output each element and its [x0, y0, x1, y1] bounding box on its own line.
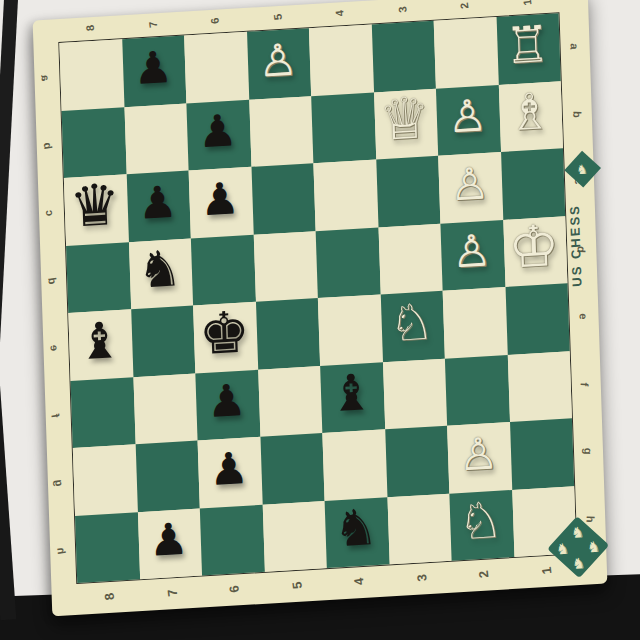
file-label-g: g — [53, 479, 66, 487]
uschess-knight-logo-icon: ♞ — [564, 151, 601, 188]
square-d5[interactable] — [253, 231, 318, 302]
square-g5[interactable] — [260, 433, 325, 504]
square-g6[interactable]: ♟ — [198, 437, 263, 508]
white-pawn-b2[interactable]: ♙ — [447, 93, 488, 139]
white-king-d1[interactable]: ♔ — [507, 217, 560, 277]
square-a6[interactable] — [184, 32, 249, 103]
file-label-a: a — [39, 74, 52, 82]
square-c2[interactable]: ♙ — [438, 152, 503, 223]
rank-label-4: 4 — [333, 9, 346, 17]
photo-edge-sliver-top-left — [0, 0, 18, 390]
black-pawn-b6[interactable]: ♟ — [197, 108, 238, 154]
black-king-e6[interactable]: ♚ — [198, 303, 251, 363]
square-h3[interactable] — [387, 493, 452, 564]
square-c7[interactable]: ♟ — [126, 171, 191, 242]
rank-label-4: 4 — [351, 577, 367, 586]
corner-logo-knight-4: ♞ — [567, 551, 590, 574]
square-h5[interactable] — [262, 501, 327, 572]
file-label-h: h — [55, 546, 68, 554]
square-g1[interactable] — [510, 418, 575, 489]
rank-label-2: 2 — [458, 2, 471, 10]
square-d2[interactable]: ♙ — [440, 220, 505, 291]
square-a5[interactable]: ♙ — [247, 28, 312, 99]
square-g7[interactable] — [135, 441, 200, 512]
square-b2[interactable]: ♙ — [436, 85, 501, 156]
square-b1[interactable]: ♗ — [498, 81, 563, 152]
square-d6[interactable] — [191, 234, 256, 305]
rank-label-5: 5 — [289, 581, 305, 590]
file-label-e: e — [48, 344, 61, 352]
uschess-branding: ♞ US CHESS — [567, 155, 602, 317]
white-knight-e3[interactable]: ♘ — [388, 296, 434, 349]
square-h7[interactable]: ♟ — [137, 508, 202, 579]
black-bishop-f4[interactable]: ♝ — [328, 367, 374, 420]
black-queen-c8[interactable]: ♛ — [69, 175, 122, 235]
file-label-b: b — [571, 110, 583, 117]
square-c1[interactable] — [501, 148, 566, 219]
file-label-f: f — [579, 382, 591, 386]
rank-label-8: 8 — [101, 592, 117, 601]
square-h6[interactable] — [200, 504, 265, 575]
square-b4[interactable] — [311, 92, 376, 163]
square-c5[interactable] — [251, 163, 316, 234]
rank-label-3: 3 — [413, 573, 429, 582]
rank-label-6: 6 — [208, 17, 221, 25]
square-f5[interactable] — [258, 366, 323, 437]
white-pawn-c2[interactable]: ♙ — [449, 161, 490, 207]
chess-board: 87654321 87654321 abcdefgh abcdefgh ♟♙♖♟… — [33, 0, 608, 616]
file-label-c: c — [44, 209, 57, 217]
rank-label-7: 7 — [164, 588, 180, 597]
black-knight-d7[interactable]: ♞ — [137, 243, 183, 296]
file-label-g: g — [582, 448, 594, 455]
square-a4[interactable] — [309, 24, 374, 95]
square-f2[interactable] — [445, 354, 510, 425]
square-f7[interactable] — [133, 373, 198, 444]
square-c8[interactable]: ♛ — [64, 174, 129, 245]
square-e1[interactable] — [505, 283, 570, 354]
black-bishop-e8[interactable]: ♝ — [76, 315, 122, 368]
rank-label-3: 3 — [396, 6, 409, 14]
square-f1[interactable] — [507, 351, 572, 422]
square-e2[interactable] — [443, 287, 508, 358]
square-h2[interactable]: ♘ — [449, 489, 514, 560]
square-e4[interactable] — [318, 294, 383, 365]
square-a1[interactable]: ♖ — [496, 13, 561, 84]
rank-label-1: 1 — [538, 566, 554, 575]
board-grid: ♟♙♖♟♕♙♗♛♟♟♙♞♙♔♝♚♘♟♝♟♙♟♞♘ — [59, 13, 576, 583]
square-c3[interactable] — [376, 156, 441, 227]
file-label-a: a — [568, 43, 580, 49]
square-g3[interactable] — [385, 426, 450, 497]
black-pawn-f6[interactable]: ♟ — [206, 378, 247, 424]
square-g4[interactable] — [322, 429, 387, 500]
white-rook-a1[interactable]: ♖ — [504, 19, 550, 72]
white-pawn-g2[interactable]: ♙ — [458, 431, 499, 477]
square-f6[interactable]: ♟ — [195, 369, 260, 440]
square-a2[interactable] — [434, 17, 499, 88]
square-d1[interactable]: ♔ — [503, 216, 568, 287]
rank-label-7: 7 — [146, 21, 159, 29]
white-queen-b3[interactable]: ♕ — [378, 89, 431, 149]
uschess-logo-text: US CHESS — [566, 189, 600, 301]
square-e3[interactable]: ♘ — [380, 291, 445, 362]
square-h4[interactable]: ♞ — [325, 497, 390, 568]
square-b5[interactable] — [249, 96, 314, 167]
square-d8[interactable] — [66, 242, 131, 313]
square-e7[interactable] — [131, 306, 196, 377]
square-e5[interactable] — [255, 298, 320, 369]
photo-edge-sliver-bottom-left — [0, 380, 16, 621]
white-knight-h2[interactable]: ♘ — [457, 495, 503, 548]
square-c6[interactable]: ♟ — [189, 167, 254, 238]
rank-label-8: 8 — [84, 24, 97, 32]
square-b3[interactable]: ♕ — [374, 88, 439, 159]
file-label-b: b — [42, 141, 55, 149]
square-g2[interactable]: ♙ — [447, 422, 512, 493]
white-pawn-a5[interactable]: ♙ — [258, 37, 299, 83]
square-a7[interactable]: ♟ — [122, 36, 187, 107]
square-d3[interactable] — [378, 223, 443, 294]
square-b7[interactable] — [124, 103, 189, 174]
square-f4[interactable]: ♝ — [320, 362, 385, 433]
square-a3[interactable] — [371, 21, 436, 92]
black-pawn-c6[interactable]: ♟ — [200, 176, 241, 222]
rank-label-2: 2 — [476, 570, 492, 579]
rank-label-6: 6 — [226, 584, 242, 593]
square-d7[interactable]: ♞ — [128, 238, 193, 309]
file-label-d: d — [46, 276, 59, 284]
white-bishop-b1[interactable]: ♗ — [506, 86, 552, 139]
black-knight-h4[interactable]: ♞ — [333, 502, 379, 555]
square-f8[interactable] — [71, 377, 136, 448]
square-e8[interactable]: ♝ — [68, 309, 133, 380]
square-e6[interactable]: ♚ — [193, 302, 258, 373]
square-b6[interactable]: ♟ — [186, 99, 251, 170]
black-pawn-h7[interactable]: ♟ — [148, 517, 189, 563]
square-a8[interactable] — [59, 39, 124, 110]
square-b8[interactable] — [62, 107, 127, 178]
white-pawn-d2[interactable]: ♙ — [451, 228, 492, 274]
square-g8[interactable] — [73, 444, 138, 515]
square-d4[interactable] — [316, 227, 381, 298]
black-pawn-c7[interactable]: ♟ — [137, 180, 178, 226]
file-label-f: f — [49, 413, 61, 418]
square-h8[interactable] — [75, 512, 140, 583]
rank-label-1: 1 — [520, 0, 533, 6]
square-c4[interactable] — [313, 159, 378, 230]
rank-label-5: 5 — [271, 13, 284, 21]
square-f3[interactable] — [382, 358, 447, 429]
black-pawn-g6[interactable]: ♟ — [209, 446, 250, 492]
black-pawn-a7[interactable]: ♟ — [133, 45, 174, 91]
